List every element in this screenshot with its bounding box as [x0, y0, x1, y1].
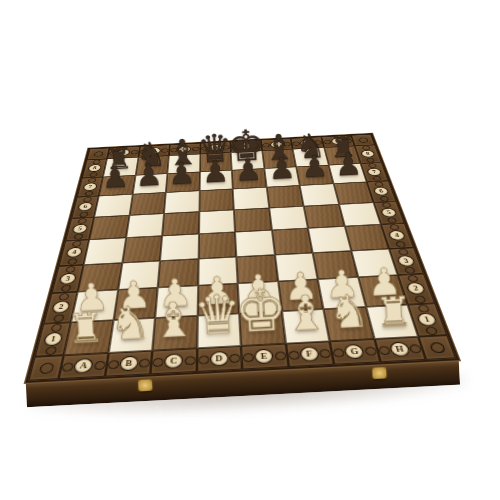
- square-e8: ♚: [231, 151, 264, 170]
- square-d8: ♛: [200, 152, 232, 171]
- file-label-bottom-h: H: [374, 337, 426, 363]
- square-c4: [160, 234, 199, 261]
- square-a1: ♜: [64, 320, 113, 356]
- square-g2: ♟: [318, 277, 366, 309]
- square-g4: [308, 226, 351, 252]
- coordinate-disc: B: [148, 148, 160, 154]
- square-a2: ♟: [71, 290, 118, 322]
- coordinate-disc: 2: [407, 283, 425, 294]
- square-h3: [351, 249, 398, 278]
- coordinate-disc: 4: [66, 248, 81, 258]
- square-b3: [118, 261, 160, 290]
- coordinate-disc: F: [300, 347, 318, 361]
- square-d1: ♛: [197, 313, 241, 348]
- product-photo: ABCDEFGH8♜♞♝♛♚♝♞♜87♟♟♟♟♟♟♟♟7665544332♟♟♟…: [0, 0, 500, 500]
- file-label-bottom-b: B: [104, 351, 152, 377]
- square-a7: ♟: [99, 175, 135, 196]
- square-a6: [94, 194, 132, 217]
- square-f2: ♟: [278, 279, 324, 311]
- rank-label-right-5: 5: [373, 201, 404, 224]
- square-e6: [233, 187, 269, 209]
- file-label-bottom-d: D: [196, 346, 242, 372]
- coordinate-disc: E: [240, 143, 251, 149]
- square-h4: [344, 224, 389, 250]
- square-g8: ♞: [293, 148, 329, 167]
- coordinate-disc: D: [210, 145, 221, 151]
- rank-label-right-3: 3: [389, 247, 424, 275]
- coordinate-disc: E: [256, 350, 273, 364]
- square-a5: [89, 215, 129, 240]
- square-e7: ♟: [232, 168, 266, 189]
- coordinate-disc: A: [74, 359, 92, 373]
- file-label-bottom-g: G: [330, 339, 380, 365]
- file-label-bottom-c: C: [150, 348, 196, 374]
- coordinate-disc: A: [117, 149, 129, 156]
- square-e2: ♟: [238, 281, 282, 313]
- square-d6: [199, 189, 234, 211]
- square-f4: [271, 228, 312, 254]
- square-e1: ♚: [239, 311, 285, 346]
- coordinate-disc: 7: [367, 168, 381, 175]
- coordinate-disc: C: [179, 146, 190, 152]
- coordinate-disc: H: [331, 138, 344, 144]
- square-d4: [198, 232, 236, 259]
- square-e4: [235, 230, 274, 256]
- square-a4: [84, 238, 126, 265]
- rank-label-right-7: 7: [360, 162, 388, 182]
- coordinate-disc: 5: [381, 208, 397, 217]
- square-b7: ♟: [132, 173, 167, 194]
- coordinate-disc: 6: [78, 203, 92, 211]
- tilt-wrapper: ABCDEFGH8♜♞♝♛♚♝♞♜87♟♟♟♟♟♟♟♟7665544332♟♟♟…: [0, 0, 500, 500]
- coordinate-disc: F: [271, 141, 283, 147]
- square-f5: [269, 206, 308, 230]
- square-e3: [236, 255, 277, 284]
- brass-latch-icon: [139, 379, 153, 391]
- perspective-scene: ABCDEFGH8♜♞♝♛♚♝♞♜87♟♟♟♟♟♟♟♟7665544332♟♟♟…: [0, 0, 500, 500]
- square-g6: [300, 184, 339, 206]
- brass-latch-icon: [372, 367, 386, 379]
- square-b4: [122, 236, 162, 263]
- square-b8: ♞: [135, 156, 169, 175]
- square-g5: [304, 204, 345, 228]
- square-g3: [313, 251, 358, 280]
- square-c6: [164, 191, 199, 214]
- square-a3: [78, 263, 122, 292]
- coordinate-disc: 1: [44, 333, 62, 346]
- coordinate-disc: 1: [417, 313, 436, 325]
- coordinate-disc: C: [165, 354, 182, 368]
- coordinate-disc: 3: [60, 273, 76, 283]
- coordinate-disc: G: [301, 140, 313, 146]
- square-c3: [158, 259, 198, 288]
- square-f6: [266, 185, 303, 207]
- square-b1: ♞: [108, 317, 155, 352]
- square-d7: ♟: [199, 170, 232, 191]
- square-e5: [234, 208, 272, 232]
- coordinate-disc: 6: [374, 187, 389, 195]
- coordinate-disc: 5: [73, 224, 88, 233]
- square-c5: [162, 211, 199, 235]
- coordinate-disc: H: [390, 343, 410, 356]
- coordinate-disc: 8: [361, 151, 374, 158]
- file-label-bottom-f: F: [285, 341, 334, 367]
- square-f1: ♝: [281, 309, 329, 344]
- coordinate-disc: 8: [88, 165, 101, 172]
- square-f3: [274, 253, 317, 282]
- file-label-bottom-e: E: [241, 344, 288, 370]
- frame-corner-ornament: [418, 335, 456, 360]
- square-b2: ♟: [113, 288, 158, 320]
- coordinate-disc: 3: [397, 256, 414, 266]
- square-g7: ♟: [296, 165, 333, 186]
- coordinate-disc: D: [211, 352, 227, 366]
- square-d3: [198, 257, 238, 286]
- square-c2: ♟: [155, 286, 198, 318]
- square-c8: ♝: [167, 154, 199, 173]
- square-b5: [126, 213, 164, 238]
- square-d2: ♟: [197, 283, 239, 315]
- coordinate-disc: B: [120, 357, 138, 371]
- square-f8: ♝: [262, 149, 296, 168]
- square-c1: ♝: [152, 315, 197, 350]
- square-a8: ♜: [103, 157, 138, 176]
- file-label-bottom-a: A: [58, 353, 108, 379]
- rank-label-right-6: 6: [367, 181, 397, 202]
- square-c7: ♟: [166, 172, 200, 193]
- coordinate-disc: 4: [389, 231, 405, 240]
- square-f7: ♟: [264, 167, 300, 188]
- coordinate-disc: 2: [52, 301, 69, 312]
- square-d5: [199, 210, 235, 234]
- square-b6: [129, 192, 166, 215]
- rank-label-right-8: 8: [355, 145, 382, 163]
- coordinate-disc: 7: [83, 183, 96, 190]
- chess-board: ABCDEFGH8♜♞♝♛♚♝♞♜87♟♟♟♟♟♟♟♟7665544332♟♟♟…: [28, 134, 456, 381]
- coordinate-disc: G: [345, 345, 364, 359]
